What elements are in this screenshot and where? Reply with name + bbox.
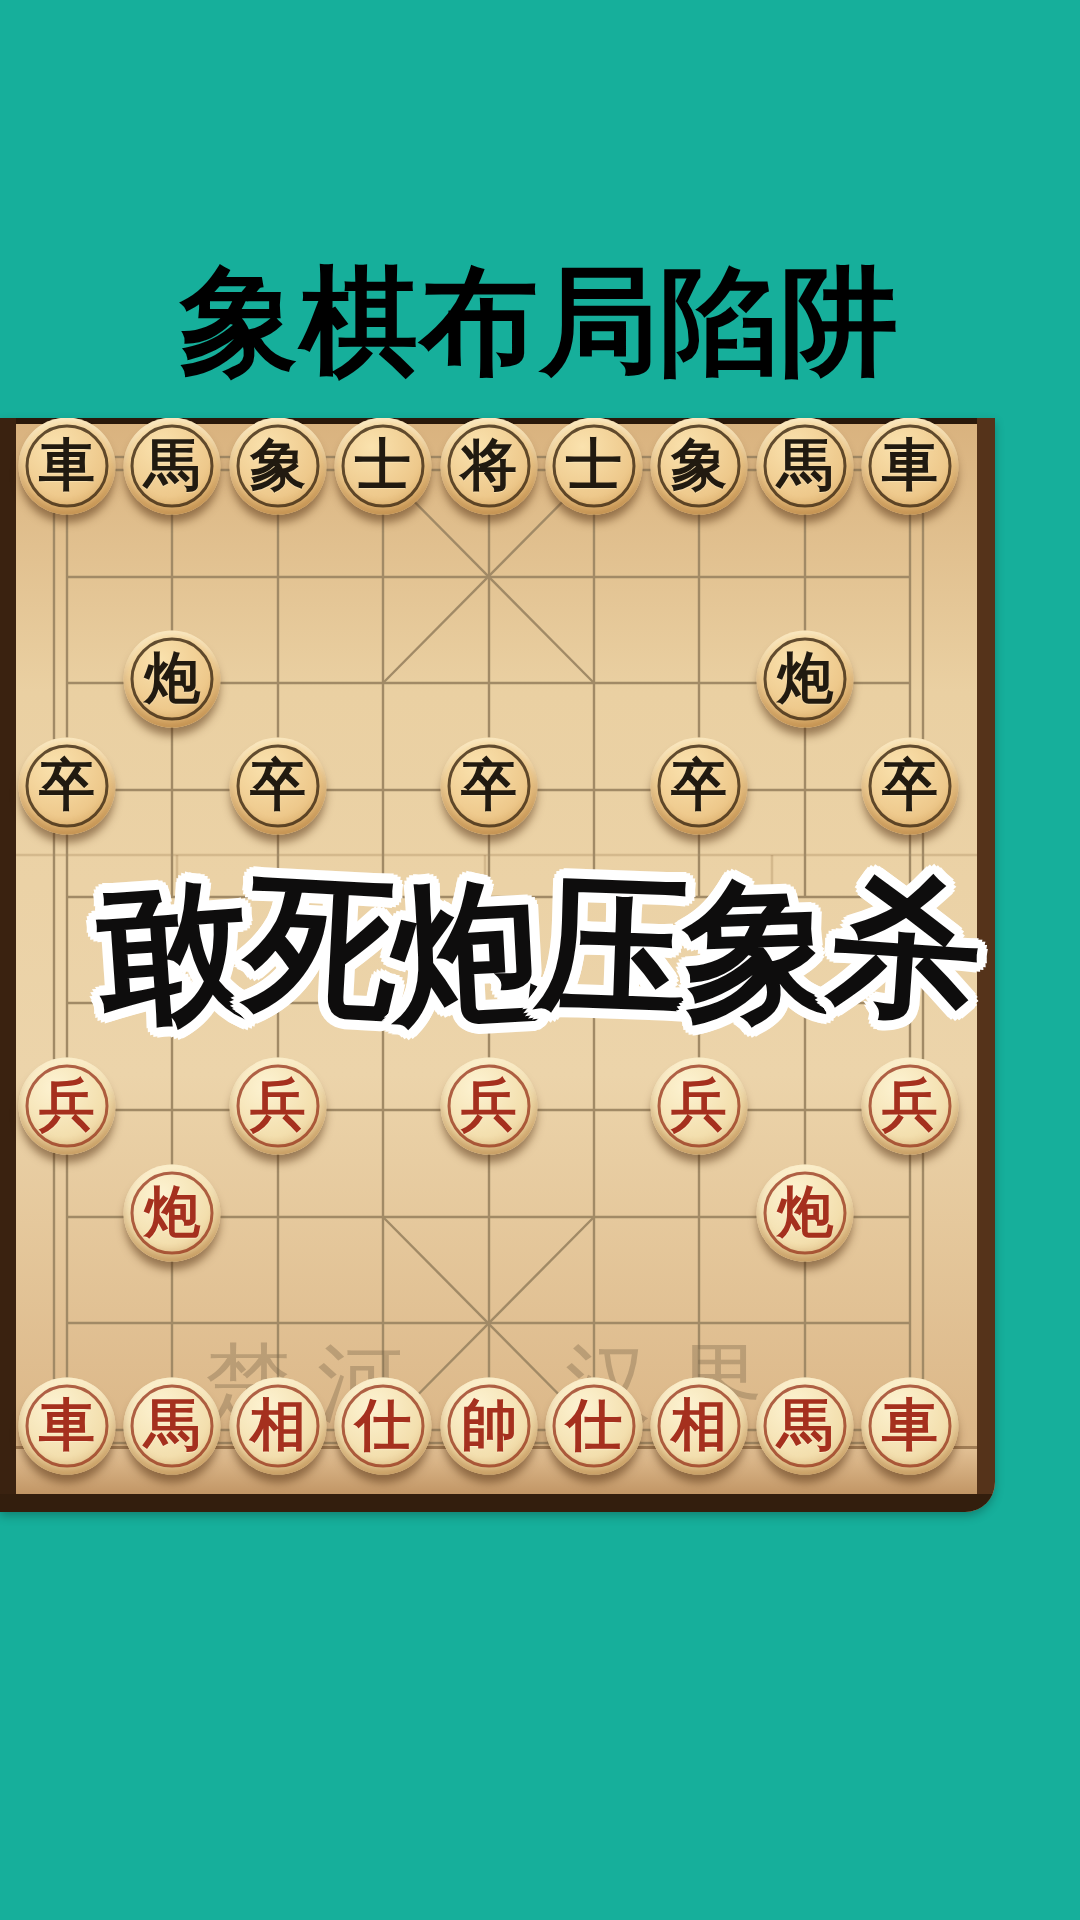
piece-red-horse[interactable]: 馬	[757, 1378, 854, 1475]
piece-label: 車	[882, 1396, 938, 1452]
piece-label: 車	[39, 1396, 95, 1452]
piece-label: 馬	[777, 1396, 833, 1452]
piece-label: 兵	[671, 1076, 727, 1132]
piece-red-general[interactable]: 帥	[441, 1378, 538, 1475]
piece-red-chariot[interactable]: 車	[19, 1378, 116, 1475]
piece-label: 仕	[566, 1396, 622, 1452]
piece-label: 仕	[355, 1396, 411, 1452]
board-grid	[0, 418, 995, 1512]
piece-label: 士	[566, 436, 622, 492]
piece-red-soldier[interactable]: 兵	[230, 1058, 327, 1155]
piece-black-chariot[interactable]: 車	[19, 418, 116, 515]
piece-red-cannon[interactable]: 炮	[124, 1165, 221, 1262]
piece-label: 象	[671, 436, 727, 492]
piece-label: 炮	[777, 1183, 833, 1239]
piece-red-elephant[interactable]: 相	[651, 1378, 748, 1475]
piece-black-advisor[interactable]: 士	[335, 418, 432, 515]
piece-label: 卒	[671, 756, 727, 812]
piece-black-soldier[interactable]: 卒	[230, 738, 327, 835]
piece-red-elephant[interactable]: 相	[230, 1378, 327, 1475]
piece-label: 馬	[144, 436, 200, 492]
piece-black-elephant[interactable]: 象	[651, 418, 748, 515]
piece-label: 卒	[882, 756, 938, 812]
piece-black-chariot[interactable]: 車	[862, 418, 959, 515]
piece-label: 車	[39, 436, 95, 492]
piece-red-chariot[interactable]: 車	[862, 1378, 959, 1475]
piece-label: 炮	[144, 649, 200, 705]
piece-red-soldier[interactable]: 兵	[651, 1058, 748, 1155]
piece-label: 馬	[777, 436, 833, 492]
piece-label: 兵	[461, 1076, 517, 1132]
piece-label: 卒	[250, 756, 306, 812]
piece-black-cannon[interactable]: 炮	[124, 631, 221, 728]
piece-label: 炮	[144, 1183, 200, 1239]
piece-black-soldier[interactable]: 卒	[19, 738, 116, 835]
piece-label: 馬	[144, 1396, 200, 1452]
piece-red-soldier[interactable]: 兵	[862, 1058, 959, 1155]
piece-label: 炮	[777, 649, 833, 705]
piece-label: 兵	[39, 1076, 95, 1132]
piece-label: 相	[250, 1396, 306, 1452]
piece-label: 兵	[250, 1076, 306, 1132]
piece-black-soldier[interactable]: 卒	[862, 738, 959, 835]
piece-red-soldier[interactable]: 兵	[19, 1058, 116, 1155]
piece-label: 士	[355, 436, 411, 492]
piece-label: 卒	[39, 756, 95, 812]
piece-black-horse[interactable]: 馬	[124, 418, 221, 515]
piece-label: 相	[671, 1396, 727, 1452]
piece-black-general[interactable]: 将	[441, 418, 538, 515]
piece-label: 兵	[882, 1076, 938, 1132]
piece-black-elephant[interactable]: 象	[230, 418, 327, 515]
piece-label: 車	[882, 436, 938, 492]
piece-red-advisor[interactable]: 仕	[335, 1378, 432, 1475]
piece-label: 象	[250, 436, 306, 492]
piece-black-cannon[interactable]: 炮	[757, 631, 854, 728]
piece-red-advisor[interactable]: 仕	[546, 1378, 643, 1475]
piece-label: 卒	[461, 756, 517, 812]
piece-black-soldier[interactable]: 卒	[651, 738, 748, 835]
piece-label: 将	[461, 436, 517, 492]
video-frame: 象棋布局陷阱	[0, 0, 1080, 1920]
piece-black-horse[interactable]: 馬	[757, 418, 854, 515]
xiangqi-board: 楚河 汉界 車馬象士将士象馬車炮炮卒卒卒卒卒兵兵兵兵兵炮炮車馬相仕帥仕相馬車	[0, 418, 995, 1512]
piece-label: 帥	[461, 1396, 517, 1452]
piece-red-cannon[interactable]: 炮	[757, 1165, 854, 1262]
piece-black-advisor[interactable]: 士	[546, 418, 643, 515]
piece-red-soldier[interactable]: 兵	[441, 1058, 538, 1155]
piece-red-horse[interactable]: 馬	[124, 1378, 221, 1475]
piece-black-soldier[interactable]: 卒	[441, 738, 538, 835]
page-title: 象棋布局陷阱	[0, 258, 1080, 388]
